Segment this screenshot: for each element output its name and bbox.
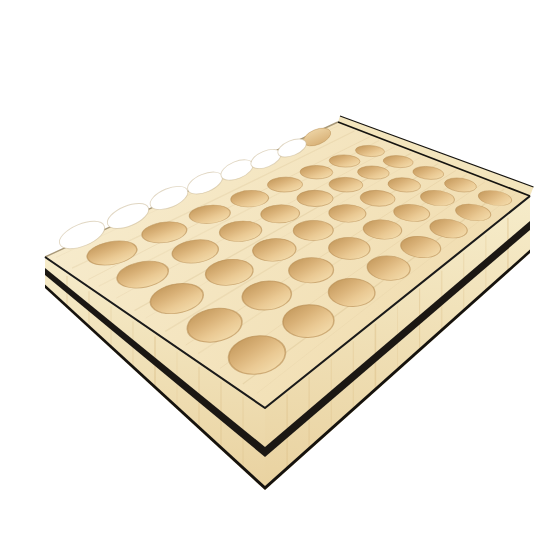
product-render-scene xyxy=(0,0,550,550)
board-svg xyxy=(0,0,550,550)
